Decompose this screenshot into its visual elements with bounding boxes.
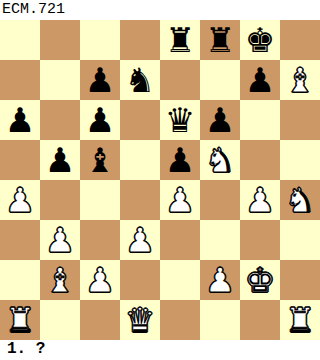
piece-white-pawn: ♟ [0, 180, 40, 220]
diagram-title: ECM.721 [0, 0, 320, 20]
square-d6[interactable] [120, 100, 160, 140]
square-h4[interactable]: ♞ [280, 180, 320, 220]
square-b3[interactable]: ♟ [40, 220, 80, 260]
square-g8[interactable]: ♚ [240, 20, 280, 60]
piece-black-bishop: ♝ [80, 140, 120, 180]
piece-white-bishop: ♝ [40, 260, 80, 300]
piece-black-knight: ♞ [120, 60, 160, 100]
square-d2[interactable] [120, 260, 160, 300]
square-a1[interactable]: ♜ [0, 300, 40, 340]
piece-white-rook: ♜ [0, 300, 40, 340]
piece-black-rook: ♜ [200, 20, 240, 60]
piece-black-king: ♚ [240, 20, 280, 60]
piece-white-queen: ♛ [120, 300, 160, 340]
square-h5[interactable] [280, 140, 320, 180]
square-f6[interactable]: ♟ [200, 100, 240, 140]
square-f1[interactable] [200, 300, 240, 340]
square-e4[interactable]: ♟ [160, 180, 200, 220]
square-a5[interactable] [0, 140, 40, 180]
square-e1[interactable] [160, 300, 200, 340]
chess-board: ♜♜♚♟♞♟♝♟♟♛♟♟♝♟♞♟♟♟♞♟♟♝♟♟♚♜♛♜ [0, 20, 320, 340]
square-h1[interactable]: ♜ [280, 300, 320, 340]
piece-black-pawn: ♟ [40, 140, 80, 180]
piece-white-pawn: ♟ [80, 260, 120, 300]
piece-white-pawn: ♟ [240, 180, 280, 220]
square-g3[interactable] [240, 220, 280, 260]
piece-white-king: ♚ [240, 260, 280, 300]
square-f5[interactable]: ♞ [200, 140, 240, 180]
square-d3[interactable]: ♟ [120, 220, 160, 260]
square-h3[interactable] [280, 220, 320, 260]
square-f3[interactable] [200, 220, 240, 260]
square-b1[interactable] [40, 300, 80, 340]
square-a2[interactable] [0, 260, 40, 300]
square-c4[interactable] [80, 180, 120, 220]
piece-black-rook: ♜ [160, 20, 200, 60]
square-f8[interactable]: ♜ [200, 20, 240, 60]
square-e2[interactable] [160, 260, 200, 300]
piece-black-pawn: ♟ [200, 100, 240, 140]
piece-white-pawn: ♟ [160, 180, 200, 220]
piece-black-pawn: ♟ [80, 100, 120, 140]
square-e8[interactable]: ♜ [160, 20, 200, 60]
square-f2[interactable]: ♟ [200, 260, 240, 300]
piece-black-pawn: ♟ [160, 140, 200, 180]
square-c1[interactable] [80, 300, 120, 340]
square-e3[interactable] [160, 220, 200, 260]
piece-white-rook: ♜ [280, 300, 320, 340]
square-e6[interactable]: ♛ [160, 100, 200, 140]
square-b8[interactable] [40, 20, 80, 60]
piece-white-pawn: ♟ [40, 220, 80, 260]
square-e7[interactable] [160, 60, 200, 100]
square-h6[interactable] [280, 100, 320, 140]
piece-white-bishop: ♝ [280, 60, 320, 100]
square-h2[interactable] [280, 260, 320, 300]
square-a8[interactable] [0, 20, 40, 60]
square-g1[interactable] [240, 300, 280, 340]
square-e5[interactable]: ♟ [160, 140, 200, 180]
square-c8[interactable] [80, 20, 120, 60]
square-b5[interactable]: ♟ [40, 140, 80, 180]
square-c7[interactable]: ♟ [80, 60, 120, 100]
square-c2[interactable]: ♟ [80, 260, 120, 300]
piece-white-pawn: ♟ [120, 220, 160, 260]
square-d4[interactable] [120, 180, 160, 220]
square-h7[interactable]: ♝ [280, 60, 320, 100]
square-d8[interactable] [120, 20, 160, 60]
square-g5[interactable] [240, 140, 280, 180]
square-f7[interactable] [200, 60, 240, 100]
square-c6[interactable]: ♟ [80, 100, 120, 140]
piece-black-pawn: ♟ [240, 60, 280, 100]
square-g7[interactable]: ♟ [240, 60, 280, 100]
square-g4[interactable]: ♟ [240, 180, 280, 220]
piece-black-pawn: ♟ [0, 100, 40, 140]
piece-white-knight: ♞ [280, 180, 320, 220]
square-c3[interactable] [80, 220, 120, 260]
chess-diagram-window: ECM.721 ♜♜♚♟♞♟♝♟♟♛♟♟♝♟♞♟♟♟♞♟♟♝♟♟♚♜♛♜ 1. … [0, 0, 320, 360]
square-a6[interactable]: ♟ [0, 100, 40, 140]
square-h8[interactable] [280, 20, 320, 60]
piece-black-queen: ♛ [160, 100, 200, 140]
piece-white-knight: ♞ [200, 140, 240, 180]
square-g6[interactable] [240, 100, 280, 140]
square-b7[interactable] [40, 60, 80, 100]
move-prompt: 1. ? [0, 340, 320, 360]
square-b4[interactable] [40, 180, 80, 220]
square-b2[interactable]: ♝ [40, 260, 80, 300]
square-b6[interactable] [40, 100, 80, 140]
piece-black-pawn: ♟ [80, 60, 120, 100]
square-c5[interactable]: ♝ [80, 140, 120, 180]
square-d1[interactable]: ♛ [120, 300, 160, 340]
square-d7[interactable]: ♞ [120, 60, 160, 100]
square-a7[interactable] [0, 60, 40, 100]
square-a3[interactable] [0, 220, 40, 260]
square-d5[interactable] [120, 140, 160, 180]
square-f4[interactable] [200, 180, 240, 220]
square-g2[interactable]: ♚ [240, 260, 280, 300]
piece-white-pawn: ♟ [200, 260, 240, 300]
square-a4[interactable]: ♟ [0, 180, 40, 220]
